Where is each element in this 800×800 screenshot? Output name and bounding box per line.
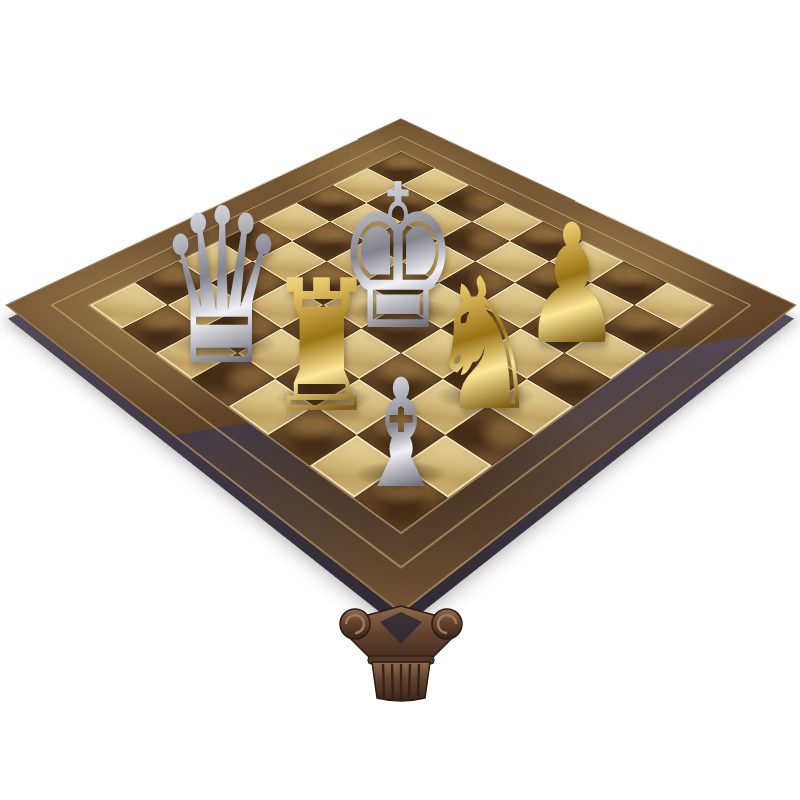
right-volute-icon [432,609,462,639]
left-volute-icon [340,609,370,639]
chess-piece-bishop[interactable]: ♝ [355,359,446,509]
board-corner-leg [338,604,464,704]
product-photo-scene: ♛ ♚ ♜ ♞ ♟ ♝ [0,0,800,800]
